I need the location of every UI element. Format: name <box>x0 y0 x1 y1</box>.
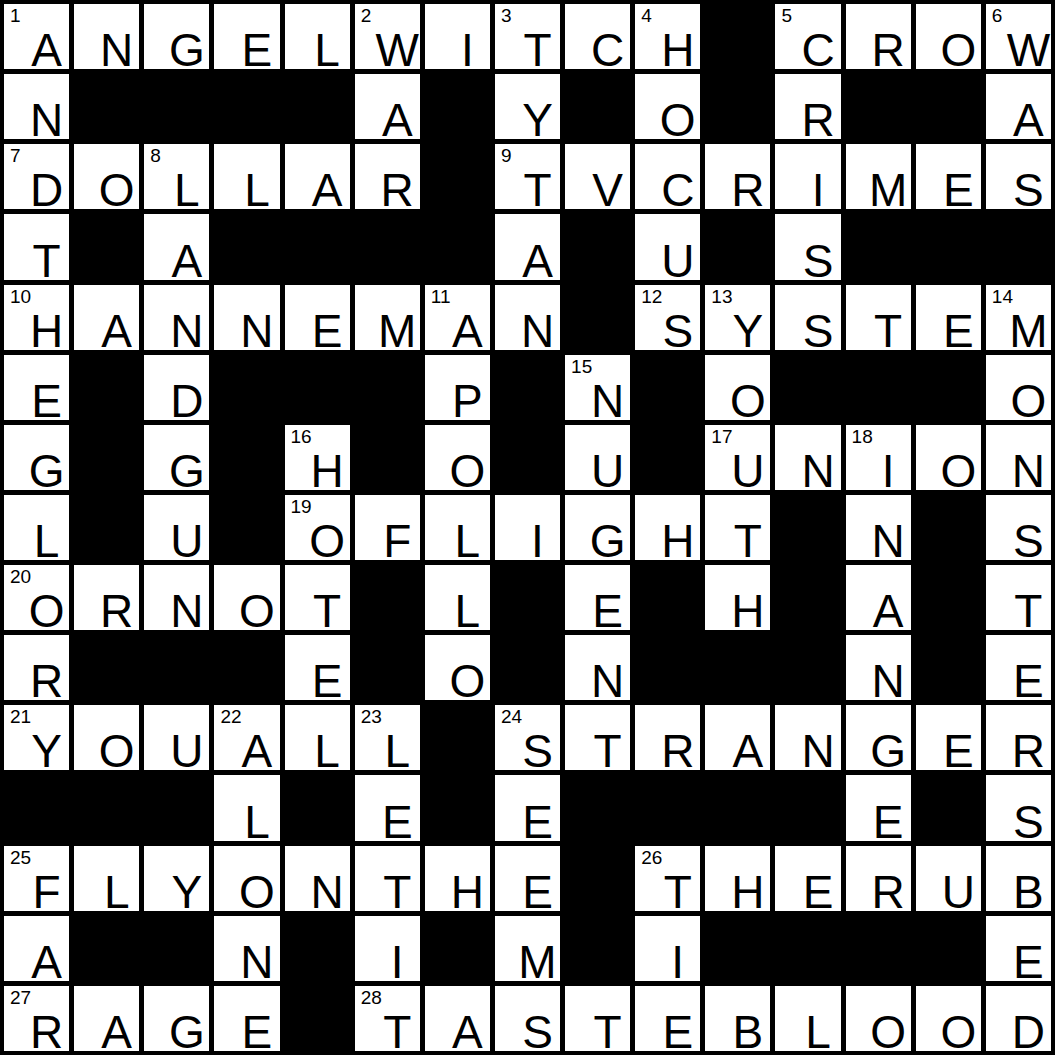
cell-r3c12[interactable]: I <box>775 144 840 209</box>
cell-r5c7[interactable]: 11A <box>425 285 490 350</box>
cell-letter: T <box>495 167 560 209</box>
cell-r11c5[interactable]: L <box>285 705 350 770</box>
cell-letter: Y <box>495 97 560 139</box>
black-cell-r10c4 <box>214 635 279 700</box>
cell-r3c11[interactable]: R <box>705 144 770 209</box>
cell-r5c3[interactable]: N <box>144 285 209 350</box>
cell-r4c8[interactable]: A <box>495 214 560 279</box>
cell-r11c3[interactable]: U <box>144 705 209 770</box>
clue-number: 26 <box>641 847 662 869</box>
clue-number: 16 <box>291 426 312 448</box>
black-cell-r4c2 <box>74 214 139 279</box>
cell-letter: E <box>565 588 630 630</box>
cell-r15c6[interactable]: 28T <box>355 986 420 1051</box>
black-cell-r6c4 <box>214 355 279 420</box>
cell-r10c5[interactable]: E <box>285 635 350 700</box>
cell-letter: M <box>495 939 560 981</box>
cell-r12c6[interactable]: E <box>355 775 420 840</box>
cell-r8c10[interactable]: H <box>635 495 700 560</box>
black-cell-r1c11 <box>705 4 770 69</box>
cell-letter: D <box>4 167 69 209</box>
cell-r9c5[interactable]: T <box>285 565 350 630</box>
black-cell-r12c5 <box>285 775 350 840</box>
cell-r12c8[interactable]: E <box>495 775 560 840</box>
cell-r11c6[interactable]: 23L <box>355 705 420 770</box>
cell-r15c8[interactable]: S <box>495 986 560 1051</box>
cell-r15c11[interactable]: B <box>705 986 770 1051</box>
cell-letter: A <box>74 308 139 350</box>
clue-number: 11 <box>431 286 451 308</box>
black-cell-r7c4 <box>214 425 279 490</box>
cell-r6c15[interactable]: O <box>986 355 1051 420</box>
cell-letter: E <box>4 378 69 420</box>
cell-letter: L <box>214 167 279 209</box>
cell-r15c3[interactable]: G <box>144 986 209 1051</box>
cell-r4c12[interactable]: S <box>775 214 840 279</box>
cell-r8c9[interactable]: G <box>565 495 630 560</box>
black-cell-r2c7 <box>425 74 490 139</box>
cell-r5c13[interactable]: T <box>846 285 911 350</box>
cell-letter: N <box>846 658 911 700</box>
cell-r15c14[interactable]: O <box>916 986 981 1051</box>
cell-r8c3[interactable]: U <box>144 495 209 560</box>
cell-letter: E <box>916 167 981 209</box>
cell-r13c2[interactable]: L <box>74 846 139 911</box>
cell-letter: H <box>4 308 69 350</box>
cell-letter: L <box>74 869 139 911</box>
cell-letter: E <box>916 728 981 770</box>
cell-r11c15[interactable]: R <box>986 705 1051 770</box>
cell-letter: O <box>425 448 490 490</box>
cell-letter: N <box>846 518 911 560</box>
cell-r3c14[interactable]: E <box>916 144 981 209</box>
cell-r7c14[interactable]: O <box>916 425 981 490</box>
cell-letter: D <box>986 1009 1051 1051</box>
cell-r13c11[interactable]: H <box>705 846 770 911</box>
cell-r13c14[interactable]: U <box>916 846 981 911</box>
cell-r9c15[interactable]: T <box>986 565 1051 630</box>
cell-letter: I <box>495 518 560 560</box>
cell-r9c4[interactable]: O <box>214 565 279 630</box>
cell-r13c4[interactable]: O <box>214 846 279 911</box>
cell-letter: A <box>144 238 209 280</box>
cell-letter: T <box>355 1009 420 1051</box>
cell-r12c4[interactable]: L <box>214 775 279 840</box>
cell-letter: A <box>705 728 770 770</box>
cell-letter: U <box>144 728 209 770</box>
cell-r6c1[interactable]: E <box>4 355 69 420</box>
cell-letter: E <box>214 27 279 69</box>
black-cell-r10c10 <box>635 635 700 700</box>
cell-r15c15[interactable]: D <box>986 986 1051 1051</box>
cell-r11c9[interactable]: T <box>565 705 630 770</box>
cell-r11c4[interactable]: 22A <box>214 705 279 770</box>
cell-r1c12[interactable]: 5C <box>775 4 840 69</box>
cell-letter: A <box>285 167 350 209</box>
cell-letter: N <box>144 308 209 350</box>
cell-letter: Y <box>144 869 209 911</box>
cell-r13c13[interactable]: R <box>846 846 911 911</box>
black-cell-r12c14 <box>916 775 981 840</box>
cell-letter: M <box>846 167 911 209</box>
cell-letter: G <box>846 728 911 770</box>
cell-r7c1[interactable]: G <box>4 425 69 490</box>
black-cell-r10c8 <box>495 635 560 700</box>
cell-letter: S <box>635 308 700 350</box>
cell-letter: N <box>144 588 209 630</box>
cell-r2c15[interactable]: A <box>986 74 1051 139</box>
cell-r1c14[interactable]: O <box>916 4 981 69</box>
cell-letter: R <box>986 728 1051 770</box>
cell-r1c7[interactable]: I <box>425 4 490 69</box>
cell-letter: C <box>565 27 630 69</box>
cell-letter: E <box>495 869 560 911</box>
cell-r11c12[interactable]: N <box>775 705 840 770</box>
cell-letter: A <box>495 238 560 280</box>
cell-letter: G <box>565 518 630 560</box>
cell-r5c14[interactable]: E <box>916 285 981 350</box>
cell-r15c4[interactable]: E <box>214 986 279 1051</box>
cell-r1c4[interactable]: E <box>214 4 279 69</box>
cell-r11c2[interactable]: O <box>74 705 139 770</box>
cell-letter: G <box>144 27 209 69</box>
clue-number: 7 <box>10 145 21 167</box>
cell-r12c13[interactable]: E <box>846 775 911 840</box>
black-cell-r8c14 <box>916 495 981 560</box>
cell-letter: E <box>986 658 1051 700</box>
cell-r7c3[interactable]: G <box>144 425 209 490</box>
cell-r13c5[interactable]: N <box>285 846 350 911</box>
cell-r7c15[interactable]: N <box>986 425 1051 490</box>
cell-r15c13[interactable]: O <box>846 986 911 1051</box>
cell-r13c7[interactable]: H <box>425 846 490 911</box>
cell-r11c10[interactable]: R <box>635 705 700 770</box>
cell-r3c8[interactable]: 9T <box>495 144 560 209</box>
cell-r10c7[interactable]: O <box>425 635 490 700</box>
cell-letter: O <box>285 518 350 560</box>
black-cell-r4c13 <box>846 214 911 279</box>
cell-r9c9[interactable]: E <box>565 565 630 630</box>
cell-r2c10[interactable]: O <box>635 74 700 139</box>
black-cell-r12c1 <box>4 775 69 840</box>
cell-letter: T <box>565 1009 630 1051</box>
black-cell-r9c14 <box>916 565 981 630</box>
cell-r8c11[interactable]: T <box>705 495 770 560</box>
black-cell-r6c5 <box>285 355 350 420</box>
cell-letter: Y <box>705 308 770 350</box>
cell-letter: R <box>355 167 420 209</box>
cell-letter: U <box>565 448 630 490</box>
cell-letter: L <box>775 1009 840 1051</box>
clue-number: 23 <box>361 706 382 728</box>
black-cell-r3c7 <box>425 144 490 209</box>
cell-r3c13[interactable]: M <box>846 144 911 209</box>
cell-letter: L <box>285 27 350 69</box>
cell-r11c1[interactable]: 21Y <box>4 705 69 770</box>
cell-r14c6[interactable]: I <box>355 916 420 981</box>
cell-r4c1[interactable]: T <box>4 214 69 279</box>
black-cell-r2c2 <box>74 74 139 139</box>
clue-number: 25 <box>10 847 31 869</box>
cell-r5c2[interactable]: A <box>74 285 139 350</box>
black-cell-r10c12 <box>775 635 840 700</box>
cell-r8c6[interactable]: F <box>355 495 420 560</box>
cell-letter: L <box>425 518 490 560</box>
clue-number: 6 <box>992 5 1003 27</box>
cell-letter: E <box>495 799 560 841</box>
cell-r5c12[interactable]: S <box>775 285 840 350</box>
cell-r7c12[interactable]: N <box>775 425 840 490</box>
cell-r14c1[interactable]: A <box>4 916 69 981</box>
cell-r2c8[interactable]: Y <box>495 74 560 139</box>
cell-letter: R <box>4 658 69 700</box>
cell-letter: T <box>635 869 700 911</box>
cell-letter: T <box>355 869 420 911</box>
cell-r13c8[interactable]: E <box>495 846 560 911</box>
cell-r11c13[interactable]: G <box>846 705 911 770</box>
cell-r9c1[interactable]: 20O <box>4 565 69 630</box>
cell-r15c9[interactable]: T <box>565 986 630 1051</box>
cell-letter: E <box>285 308 350 350</box>
cell-letter: E <box>355 799 420 841</box>
black-cell-r14c12 <box>775 916 840 981</box>
cell-letter: O <box>705 378 770 420</box>
cell-r2c1[interactable]: N <box>4 74 69 139</box>
cell-r3c6[interactable]: R <box>355 144 420 209</box>
cell-r3c10[interactable]: C <box>635 144 700 209</box>
cell-letter: E <box>986 939 1051 981</box>
cell-r5c4[interactable]: N <box>214 285 279 350</box>
cell-letter: U <box>635 238 700 280</box>
cell-r1c2[interactable]: N <box>74 4 139 69</box>
cell-letter: O <box>74 728 139 770</box>
cell-r7c9[interactable]: U <box>565 425 630 490</box>
cell-r8c15[interactable]: S <box>986 495 1051 560</box>
cell-r8c1[interactable]: L <box>4 495 69 560</box>
clue-number: 1 <box>10 5 21 27</box>
cell-r9c11[interactable]: H <box>705 565 770 630</box>
cell-r3c15[interactable]: S <box>986 144 1051 209</box>
cell-letter: R <box>846 27 911 69</box>
black-cell-r7c10 <box>635 425 700 490</box>
cell-letter: L <box>285 728 350 770</box>
cell-r5c5[interactable]: E <box>285 285 350 350</box>
cell-r5c15[interactable]: 14M <box>986 285 1051 350</box>
cell-r1c9[interactable]: C <box>565 4 630 69</box>
cell-r1c1[interactable]: 1A <box>4 4 69 69</box>
cell-r13c6[interactable]: T <box>355 846 420 911</box>
cell-r7c13[interactable]: 18I <box>846 425 911 490</box>
cell-r11c8[interactable]: 24S <box>495 705 560 770</box>
cell-r2c12[interactable]: R <box>775 74 840 139</box>
cell-letter: O <box>916 27 981 69</box>
cell-letter: G <box>144 448 209 490</box>
black-cell-r6c6 <box>355 355 420 420</box>
cell-r1c13[interactable]: R <box>846 4 911 69</box>
clue-number: 5 <box>781 5 792 27</box>
black-cell-r9c6 <box>355 565 420 630</box>
cell-r15c12[interactable]: L <box>775 986 840 1051</box>
cell-letter: M <box>355 308 420 350</box>
cell-letter: A <box>846 588 911 630</box>
cell-letter: A <box>355 97 420 139</box>
cell-letter: O <box>4 588 69 630</box>
cell-r8c13[interactable]: N <box>846 495 911 560</box>
clue-number: 2 <box>361 5 372 27</box>
cell-r15c1[interactable]: 27R <box>4 986 69 1051</box>
cell-letter: R <box>775 97 840 139</box>
cell-letter: B <box>986 869 1051 911</box>
cell-letter: A <box>4 27 69 69</box>
cell-r13c15[interactable]: B <box>986 846 1051 911</box>
cell-letter: N <box>565 378 630 420</box>
cell-r4c10[interactable]: U <box>635 214 700 279</box>
cell-letter: T <box>846 308 911 350</box>
cell-r14c8[interactable]: M <box>495 916 560 981</box>
black-cell-r15c5 <box>285 986 350 1051</box>
cell-letter: H <box>705 588 770 630</box>
cell-r9c2[interactable]: R <box>74 565 139 630</box>
cell-r7c7[interactable]: O <box>425 425 490 490</box>
cell-r5c6[interactable]: M <box>355 285 420 350</box>
cell-letter: P <box>425 378 490 420</box>
cell-letter: A <box>74 1009 139 1051</box>
cell-r9c13[interactable]: A <box>846 565 911 630</box>
black-cell-r6c12 <box>775 355 840 420</box>
cell-letter: N <box>4 97 69 139</box>
cell-r9c3[interactable]: N <box>144 565 209 630</box>
cell-r7c11[interactable]: 17U <box>705 425 770 490</box>
cell-r1c6[interactable]: 2W <box>355 4 420 69</box>
cell-letter: S <box>495 728 560 770</box>
black-cell-r2c11 <box>705 74 770 139</box>
cell-r11c14[interactable]: E <box>916 705 981 770</box>
cell-letter: R <box>635 728 700 770</box>
cell-r15c10[interactable]: E <box>635 986 700 1051</box>
cell-r3c1[interactable]: 7D <box>4 144 69 209</box>
cell-r6c9[interactable]: 15N <box>565 355 630 420</box>
cell-r8c8[interactable]: I <box>495 495 560 560</box>
cell-r12c15[interactable]: S <box>986 775 1051 840</box>
cell-r14c10[interactable]: I <box>635 916 700 981</box>
black-cell-r2c3 <box>144 74 209 139</box>
cell-letter: N <box>74 27 139 69</box>
cell-r5c10[interactable]: 12S <box>635 285 700 350</box>
cell-r1c15[interactable]: 6W <box>986 4 1051 69</box>
cell-letter: I <box>355 939 420 981</box>
cell-letter: E <box>285 658 350 700</box>
cell-letter: I <box>425 27 490 69</box>
cell-letter: I <box>846 448 911 490</box>
crossword-grid: 1ANGEL2WI3TC4H5CRO6WNAYORA7DO8LLAR9TVCRI… <box>0 0 1055 1055</box>
cell-r7c5[interactable]: 16H <box>285 425 350 490</box>
cell-r11c11[interactable]: A <box>705 705 770 770</box>
cell-r13c1[interactable]: 25F <box>4 846 69 911</box>
cell-letter: O <box>74 167 139 209</box>
clue-number: 10 <box>10 286 31 308</box>
cell-r8c5[interactable]: 19O <box>285 495 350 560</box>
cell-r14c4[interactable]: N <box>214 916 279 981</box>
cell-letter: R <box>74 588 139 630</box>
cell-r1c10[interactable]: 4H <box>635 4 700 69</box>
black-cell-r7c2 <box>74 425 139 490</box>
cell-r5c1[interactable]: 10H <box>4 285 69 350</box>
cell-r3c2[interactable]: O <box>74 144 139 209</box>
cell-r8c7[interactable]: L <box>425 495 490 560</box>
black-cell-r7c6 <box>355 425 420 490</box>
cell-letter: H <box>635 27 700 69</box>
cell-r14c15[interactable]: E <box>986 916 1051 981</box>
cell-r6c11[interactable]: O <box>705 355 770 420</box>
black-cell-r12c7 <box>425 775 490 840</box>
cell-r1c5[interactable]: L <box>285 4 350 69</box>
black-cell-r10c11 <box>705 635 770 700</box>
cell-letter: E <box>775 869 840 911</box>
cell-r4c3[interactable]: A <box>144 214 209 279</box>
black-cell-r6c8 <box>495 355 560 420</box>
black-cell-r4c5 <box>285 214 350 279</box>
cell-r6c3[interactable]: D <box>144 355 209 420</box>
cell-letter: N <box>285 869 350 911</box>
cell-r3c4[interactable]: L <box>214 144 279 209</box>
black-cell-r8c2 <box>74 495 139 560</box>
clue-number: 22 <box>220 706 241 728</box>
black-cell-r6c10 <box>635 355 700 420</box>
black-cell-r2c13 <box>846 74 911 139</box>
cell-r5c11[interactable]: 13Y <box>705 285 770 350</box>
black-cell-r14c7 <box>425 916 490 981</box>
cell-letter: L <box>144 167 209 209</box>
cell-r15c7[interactable]: A <box>425 986 490 1051</box>
clue-number: 13 <box>711 286 732 308</box>
cell-r10c1[interactable]: R <box>4 635 69 700</box>
cell-r10c15[interactable]: E <box>986 635 1051 700</box>
cell-r9c7[interactable]: L <box>425 565 490 630</box>
cell-letter: H <box>285 448 350 490</box>
cell-r1c8[interactable]: 3T <box>495 4 560 69</box>
cell-r15c2[interactable]: A <box>74 986 139 1051</box>
cell-letter: E <box>846 799 911 841</box>
black-cell-r14c5 <box>285 916 350 981</box>
cell-letter: A <box>4 939 69 981</box>
black-cell-r13c9 <box>565 846 630 911</box>
cell-letter: E <box>916 308 981 350</box>
cell-r5c8[interactable]: N <box>495 285 560 350</box>
cell-r13c12[interactable]: E <box>775 846 840 911</box>
cell-letter: F <box>355 518 420 560</box>
clue-number: 28 <box>361 987 382 1009</box>
cell-r2c6[interactable]: A <box>355 74 420 139</box>
cell-r6c7[interactable]: P <box>425 355 490 420</box>
black-cell-r10c3 <box>144 635 209 700</box>
cell-letter: T <box>705 518 770 560</box>
cell-letter: V <box>565 167 630 209</box>
cell-r13c10[interactable]: 26T <box>635 846 700 911</box>
cell-r10c9[interactable]: N <box>565 635 630 700</box>
cell-r3c5[interactable]: A <box>285 144 350 209</box>
cell-letter: T <box>4 238 69 280</box>
black-cell-r12c2 <box>74 775 139 840</box>
cell-letter: O <box>846 1009 911 1051</box>
cell-r10c13[interactable]: N <box>846 635 911 700</box>
black-cell-r4c4 <box>214 214 279 279</box>
cell-r13c3[interactable]: Y <box>144 846 209 911</box>
cell-r3c9[interactable]: V <box>565 144 630 209</box>
cell-letter: S <box>986 167 1051 209</box>
cell-r1c3[interactable]: G <box>144 4 209 69</box>
cell-r3c3[interactable]: 8L <box>144 144 209 209</box>
cell-letter: W <box>986 27 1051 69</box>
